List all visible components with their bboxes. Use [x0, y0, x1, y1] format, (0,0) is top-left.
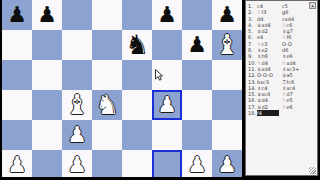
- mouse-cursor-icon: [155, 69, 164, 81]
- square-c3[interactable]: ♟: [62, 120, 92, 150]
- white-pawn-c2[interactable]: ♟: [67, 150, 87, 180]
- black-move-cell[interactable]: [279, 110, 308, 116]
- black-pawn-f7[interactable]: ♟: [157, 0, 177, 30]
- square-a4[interactable]: [2, 90, 32, 120]
- letterbox-bar: [0, 177, 320, 180]
- move-list[interactable]: 1.c4c52.♘f3g63.d4cxd44.♕xd4♘c65.♕d2♗g76.…: [248, 3, 308, 116]
- square-c6[interactable]: [62, 30, 92, 60]
- white-pawn-a2[interactable]: ♟: [7, 150, 27, 180]
- black-pawn-a7[interactable]: ♟: [7, 0, 27, 30]
- square-g5[interactable]: [182, 60, 212, 90]
- square-c4[interactable]: ♝: [62, 90, 92, 120]
- black-pawn-b7[interactable]: ♟: [37, 0, 57, 30]
- white-bishop-c4[interactable]: ♝: [65, 90, 89, 120]
- square-f3[interactable]: [152, 120, 182, 150]
- white-bishop-h6[interactable]: ♝: [215, 30, 239, 60]
- square-e7[interactable]: [122, 0, 152, 30]
- black-pawn-g6[interactable]: ♟: [187, 30, 207, 60]
- resize-grip-icon[interactable]: [309, 167, 316, 174]
- square-d5[interactable]: [92, 60, 122, 90]
- square-f4[interactable]: ♟: [152, 90, 182, 120]
- square-d4[interactable]: ♞: [92, 90, 122, 120]
- square-g6[interactable]: ♟: [182, 30, 212, 60]
- scroll-up-button[interactable]: ▴: [309, 2, 316, 9]
- square-g2[interactable]: ♟: [182, 150, 212, 180]
- square-g4[interactable]: [182, 90, 212, 120]
- square-a5[interactable]: [2, 60, 32, 90]
- square-e3[interactable]: [122, 120, 152, 150]
- square-f7[interactable]: ♟: [152, 0, 182, 30]
- chess-board[interactable]: ♟♟♟♟♞♟♝♝♞♟♟♟♟♟♟: [2, 0, 242, 180]
- square-f2[interactable]: [152, 150, 182, 180]
- square-b3[interactable]: [32, 120, 62, 150]
- square-d7[interactable]: [92, 0, 122, 30]
- square-e4[interactable]: [122, 90, 152, 120]
- square-f6[interactable]: [152, 30, 182, 60]
- square-b4[interactable]: [32, 90, 62, 120]
- square-d2[interactable]: [92, 150, 122, 180]
- square-a3[interactable]: [2, 120, 32, 150]
- square-g3[interactable]: [182, 120, 212, 150]
- white-pawn-c3[interactable]: ♟: [67, 120, 87, 150]
- square-d6[interactable]: [92, 30, 122, 60]
- move-number: 18.: [248, 110, 257, 116]
- square-c5[interactable]: [62, 60, 92, 90]
- square-h6[interactable]: ♝: [212, 30, 242, 60]
- black-knight-e6[interactable]: ♞: [125, 30, 149, 60]
- square-b7[interactable]: ♟: [32, 0, 62, 30]
- white-knight-d4[interactable]: ♞: [95, 90, 119, 120]
- square-e2[interactable]: [122, 150, 152, 180]
- square-a6[interactable]: [2, 30, 32, 60]
- white-pawn-f4[interactable]: ♟: [157, 90, 177, 120]
- square-a2[interactable]: ♟: [2, 150, 32, 180]
- black-pawn-h7[interactable]: ♟: [217, 0, 237, 30]
- square-h5[interactable]: [212, 60, 242, 90]
- square-h3[interactable]: [212, 120, 242, 150]
- square-h2[interactable]: ♟: [212, 150, 242, 180]
- square-b6[interactable]: [32, 30, 62, 60]
- square-c2[interactable]: ♟: [62, 150, 92, 180]
- square-e5[interactable]: [122, 60, 152, 90]
- white-move-cell[interactable]: f4: [257, 110, 279, 116]
- square-h7[interactable]: ♟: [212, 0, 242, 30]
- white-pawn-h2[interactable]: ♟: [217, 150, 237, 180]
- square-b5[interactable]: [32, 60, 62, 90]
- square-g7[interactable]: [182, 0, 212, 30]
- square-b2[interactable]: [32, 150, 62, 180]
- square-e6[interactable]: ♞: [122, 30, 152, 60]
- square-a7[interactable]: ♟: [2, 0, 32, 30]
- move-list-panel: ▴ 1.c4c52.♘f3g63.d4cxd44.♕xd4♘c65.♕d2♗g7…: [245, 0, 318, 176]
- square-h4[interactable]: [212, 90, 242, 120]
- square-c7[interactable]: [62, 0, 92, 30]
- move-row-18: 18.f4: [248, 110, 308, 116]
- white-pawn-g2[interactable]: ♟: [187, 150, 207, 180]
- square-d3[interactable]: [92, 120, 122, 150]
